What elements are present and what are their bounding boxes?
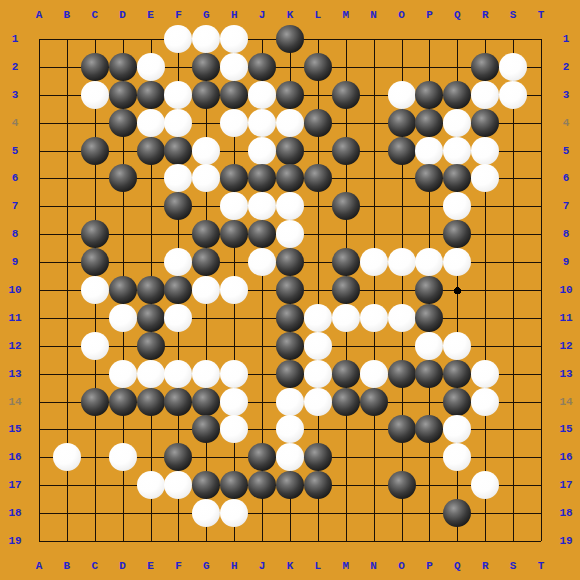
white-stone-L14[interactable] bbox=[304, 388, 332, 416]
black-stone-C9[interactable] bbox=[81, 248, 109, 276]
black-stone-O4[interactable] bbox=[388, 109, 416, 137]
black-stone-Q18[interactable] bbox=[443, 499, 471, 527]
black-stone-M10[interactable] bbox=[332, 276, 360, 304]
column-label-bottom: Q bbox=[454, 561, 461, 572]
black-stone-L4[interactable] bbox=[304, 109, 332, 137]
white-stone-C3[interactable] bbox=[81, 81, 109, 109]
black-stone-K11[interactable] bbox=[276, 304, 304, 332]
white-stone-G10[interactable] bbox=[192, 276, 220, 304]
column-label-top: D bbox=[119, 10, 126, 21]
row-label-right: 10 bbox=[559, 285, 572, 296]
row-label-right: 13 bbox=[559, 368, 572, 379]
row-label-right: 14 bbox=[559, 396, 572, 407]
black-stone-D10[interactable] bbox=[109, 276, 137, 304]
white-stone-N9[interactable] bbox=[360, 248, 388, 276]
white-stone-Q16[interactable] bbox=[443, 443, 471, 471]
row-label-left: 11 bbox=[8, 312, 21, 323]
white-stone-G18[interactable] bbox=[192, 499, 220, 527]
white-stone-F4[interactable] bbox=[164, 109, 192, 137]
row-label-right: 4 bbox=[563, 117, 570, 128]
row-label-left: 6 bbox=[12, 173, 19, 184]
black-stone-Q13[interactable] bbox=[443, 360, 471, 388]
column-label-bottom: O bbox=[398, 561, 405, 572]
column-label-top: G bbox=[203, 10, 210, 21]
white-stone-F13[interactable] bbox=[164, 360, 192, 388]
column-label-top: Q bbox=[454, 10, 461, 21]
black-stone-J8[interactable] bbox=[248, 220, 276, 248]
row-label-right: 16 bbox=[559, 452, 572, 463]
column-label-bottom: B bbox=[64, 561, 71, 572]
row-label-right: 2 bbox=[563, 61, 570, 72]
row-label-left: 4 bbox=[12, 117, 19, 128]
column-label-top: S bbox=[510, 10, 517, 21]
column-label-bottom: C bbox=[91, 561, 98, 572]
white-stone-R6[interactable] bbox=[471, 164, 499, 192]
column-label-top: E bbox=[147, 10, 154, 21]
white-stone-H2[interactable] bbox=[220, 53, 248, 81]
row-label-right: 8 bbox=[563, 229, 570, 240]
white-stone-R3[interactable] bbox=[471, 81, 499, 109]
white-stone-Q7[interactable] bbox=[443, 192, 471, 220]
white-stone-G13[interactable] bbox=[192, 360, 220, 388]
black-stone-M5[interactable] bbox=[332, 137, 360, 165]
white-stone-Q4[interactable] bbox=[443, 109, 471, 137]
row-label-right: 12 bbox=[559, 340, 572, 351]
black-stone-E12[interactable] bbox=[137, 332, 165, 360]
white-stone-G5[interactable] bbox=[192, 137, 220, 165]
white-stone-E17[interactable] bbox=[137, 471, 165, 499]
column-label-bottom: K bbox=[287, 561, 294, 572]
black-stone-E3[interactable] bbox=[137, 81, 165, 109]
black-stone-C14[interactable] bbox=[81, 388, 109, 416]
black-stone-F10[interactable] bbox=[164, 276, 192, 304]
row-label-left: 10 bbox=[8, 285, 21, 296]
row-label-right: 6 bbox=[563, 173, 570, 184]
white-stone-H10[interactable] bbox=[220, 276, 248, 304]
black-stone-H17[interactable] bbox=[220, 471, 248, 499]
white-stone-K14[interactable] bbox=[276, 388, 304, 416]
white-stone-F9[interactable] bbox=[164, 248, 192, 276]
white-stone-Q15[interactable] bbox=[443, 415, 471, 443]
white-stone-N13[interactable] bbox=[360, 360, 388, 388]
column-label-top: T bbox=[538, 10, 545, 21]
row-label-left: 7 bbox=[12, 201, 19, 212]
black-stone-E11[interactable] bbox=[137, 304, 165, 332]
black-stone-F16[interactable] bbox=[164, 443, 192, 471]
white-stone-Q9[interactable] bbox=[443, 248, 471, 276]
black-stone-O15[interactable] bbox=[388, 415, 416, 443]
black-stone-H8[interactable] bbox=[220, 220, 248, 248]
column-label-bottom: E bbox=[147, 561, 154, 572]
black-stone-D2[interactable] bbox=[109, 53, 137, 81]
white-stone-R5[interactable] bbox=[471, 137, 499, 165]
column-label-top: B bbox=[64, 10, 71, 21]
row-label-left: 8 bbox=[12, 229, 19, 240]
row-label-left: 1 bbox=[12, 34, 19, 45]
black-stone-P6[interactable] bbox=[415, 164, 443, 192]
row-label-right: 3 bbox=[563, 89, 570, 100]
black-stone-Q14[interactable] bbox=[443, 388, 471, 416]
black-stone-C8[interactable] bbox=[81, 220, 109, 248]
black-stone-Q6[interactable] bbox=[443, 164, 471, 192]
row-label-right: 15 bbox=[559, 424, 572, 435]
black-stone-O17[interactable] bbox=[388, 471, 416, 499]
white-stone-O11[interactable] bbox=[388, 304, 416, 332]
row-label-left: 17 bbox=[8, 480, 21, 491]
white-stone-E13[interactable] bbox=[137, 360, 165, 388]
white-stone-Q12[interactable] bbox=[443, 332, 471, 360]
black-stone-R4[interactable] bbox=[471, 109, 499, 137]
black-stone-D14[interactable] bbox=[109, 388, 137, 416]
black-stone-D4[interactable] bbox=[109, 109, 137, 137]
white-stone-D16[interactable] bbox=[109, 443, 137, 471]
column-label-bottom: J bbox=[259, 561, 266, 572]
black-stone-L2[interactable] bbox=[304, 53, 332, 81]
white-stone-K16[interactable] bbox=[276, 443, 304, 471]
black-stone-K9[interactable] bbox=[276, 248, 304, 276]
black-stone-C2[interactable] bbox=[81, 53, 109, 81]
black-stone-G8[interactable] bbox=[192, 220, 220, 248]
column-label-top: F bbox=[175, 10, 182, 21]
white-stone-R14[interactable] bbox=[471, 388, 499, 416]
black-stone-O13[interactable] bbox=[388, 360, 416, 388]
star-point bbox=[454, 287, 461, 294]
white-stone-H14[interactable] bbox=[220, 388, 248, 416]
black-stone-K3[interactable] bbox=[276, 81, 304, 109]
row-label-left: 19 bbox=[8, 536, 21, 547]
column-label-top: M bbox=[342, 10, 349, 21]
white-stone-R17[interactable] bbox=[471, 471, 499, 499]
black-stone-Q8[interactable] bbox=[443, 220, 471, 248]
black-stone-D6[interactable] bbox=[109, 164, 137, 192]
column-label-bottom: P bbox=[426, 561, 433, 572]
row-label-right: 7 bbox=[563, 201, 570, 212]
white-stone-P12[interactable] bbox=[415, 332, 443, 360]
row-label-left: 5 bbox=[12, 145, 19, 156]
black-stone-H3[interactable] bbox=[220, 81, 248, 109]
black-stone-L16[interactable] bbox=[304, 443, 332, 471]
row-label-left: 2 bbox=[12, 61, 19, 72]
white-stone-P9[interactable] bbox=[415, 248, 443, 276]
black-stone-P15[interactable] bbox=[415, 415, 443, 443]
black-stone-G15[interactable] bbox=[192, 415, 220, 443]
white-stone-H18[interactable] bbox=[220, 499, 248, 527]
column-label-bottom: F bbox=[175, 561, 182, 572]
black-stone-K13[interactable] bbox=[276, 360, 304, 388]
black-stone-F7[interactable] bbox=[164, 192, 192, 220]
white-stone-C12[interactable] bbox=[81, 332, 109, 360]
black-stone-O5[interactable] bbox=[388, 137, 416, 165]
white-stone-C10[interactable] bbox=[81, 276, 109, 304]
column-label-bottom: A bbox=[36, 561, 43, 572]
black-stone-H6[interactable] bbox=[220, 164, 248, 192]
white-stone-H4[interactable] bbox=[220, 109, 248, 137]
white-stone-M11[interactable] bbox=[332, 304, 360, 332]
black-stone-K10[interactable] bbox=[276, 276, 304, 304]
white-stone-O3[interactable] bbox=[388, 81, 416, 109]
black-stone-K5[interactable] bbox=[276, 137, 304, 165]
black-stone-G9[interactable] bbox=[192, 248, 220, 276]
black-stone-G17[interactable] bbox=[192, 471, 220, 499]
white-stone-J7[interactable] bbox=[248, 192, 276, 220]
column-label-top: N bbox=[370, 10, 377, 21]
white-stone-O9[interactable] bbox=[388, 248, 416, 276]
black-stone-K12[interactable] bbox=[276, 332, 304, 360]
white-stone-E4[interactable] bbox=[137, 109, 165, 137]
white-stone-K4[interactable] bbox=[276, 109, 304, 137]
white-stone-H7[interactable] bbox=[220, 192, 248, 220]
column-label-top: P bbox=[426, 10, 433, 21]
row-label-left: 14 bbox=[8, 396, 21, 407]
white-stone-J3[interactable] bbox=[248, 81, 276, 109]
white-stone-D13[interactable] bbox=[109, 360, 137, 388]
column-label-top: O bbox=[398, 10, 405, 21]
white-stone-L11[interactable] bbox=[304, 304, 332, 332]
column-label-top: C bbox=[91, 10, 98, 21]
go-board[interactable]: AABBCCDDEEFFGGHHJJKKLLMMNNOOPPQQRRSSTT11… bbox=[0, 0, 580, 580]
white-stone-H1[interactable] bbox=[220, 25, 248, 53]
black-stone-E5[interactable] bbox=[137, 137, 165, 165]
white-stone-F17[interactable] bbox=[164, 471, 192, 499]
black-stone-K1[interactable] bbox=[276, 25, 304, 53]
white-stone-K15[interactable] bbox=[276, 415, 304, 443]
black-stone-R2[interactable] bbox=[471, 53, 499, 81]
row-label-left: 12 bbox=[8, 340, 21, 351]
black-stone-P4[interactable] bbox=[415, 109, 443, 137]
white-stone-F3[interactable] bbox=[164, 81, 192, 109]
white-stone-R13[interactable] bbox=[471, 360, 499, 388]
black-stone-K17[interactable] bbox=[276, 471, 304, 499]
row-label-right: 19 bbox=[559, 536, 572, 547]
black-stone-G3[interactable] bbox=[192, 81, 220, 109]
black-stone-M9[interactable] bbox=[332, 248, 360, 276]
column-label-top: L bbox=[315, 10, 322, 21]
white-stone-F1[interactable] bbox=[164, 25, 192, 53]
white-stone-L12[interactable] bbox=[304, 332, 332, 360]
column-label-bottom: R bbox=[482, 561, 489, 572]
white-stone-N11[interactable] bbox=[360, 304, 388, 332]
black-stone-M14[interactable] bbox=[332, 388, 360, 416]
row-label-right: 17 bbox=[559, 480, 572, 491]
column-label-bottom: N bbox=[370, 561, 377, 572]
white-stone-E2[interactable] bbox=[137, 53, 165, 81]
row-label-right: 9 bbox=[563, 257, 570, 268]
white-stone-H13[interactable] bbox=[220, 360, 248, 388]
row-label-left: 13 bbox=[8, 368, 21, 379]
black-stone-G2[interactable] bbox=[192, 53, 220, 81]
black-stone-F5[interactable] bbox=[164, 137, 192, 165]
white-stone-P5[interactable] bbox=[415, 137, 443, 165]
black-stone-N14[interactable] bbox=[360, 388, 388, 416]
column-label-top: R bbox=[482, 10, 489, 21]
column-label-bottom: H bbox=[231, 561, 238, 572]
white-stone-B16[interactable] bbox=[53, 443, 81, 471]
column-label-top: H bbox=[231, 10, 238, 21]
black-stone-G14[interactable] bbox=[192, 388, 220, 416]
row-label-right: 5 bbox=[563, 145, 570, 156]
row-label-right: 1 bbox=[563, 34, 570, 45]
black-stone-M3[interactable] bbox=[332, 81, 360, 109]
column-label-bottom: M bbox=[342, 561, 349, 572]
white-stone-Q5[interactable] bbox=[443, 137, 471, 165]
white-stone-K8[interactable] bbox=[276, 220, 304, 248]
row-label-left: 18 bbox=[8, 508, 21, 519]
row-label-right: 11 bbox=[559, 312, 572, 323]
black-stone-P10[interactable] bbox=[415, 276, 443, 304]
white-stone-K7[interactable] bbox=[276, 192, 304, 220]
row-label-left: 9 bbox=[12, 257, 19, 268]
column-label-bottom: L bbox=[315, 561, 322, 572]
white-stone-S3[interactable] bbox=[499, 81, 527, 109]
black-stone-M7[interactable] bbox=[332, 192, 360, 220]
black-stone-K6[interactable] bbox=[276, 164, 304, 192]
black-stone-P3[interactable] bbox=[415, 81, 443, 109]
white-stone-G1[interactable] bbox=[192, 25, 220, 53]
column-label-bottom: D bbox=[119, 561, 126, 572]
black-stone-C5[interactable] bbox=[81, 137, 109, 165]
column-label-top: K bbox=[287, 10, 294, 21]
black-stone-L6[interactable] bbox=[304, 164, 332, 192]
black-stone-L17[interactable] bbox=[304, 471, 332, 499]
black-stone-M13[interactable] bbox=[332, 360, 360, 388]
black-stone-J17[interactable] bbox=[248, 471, 276, 499]
white-stone-L13[interactable] bbox=[304, 360, 332, 388]
row-label-left: 16 bbox=[8, 452, 21, 463]
white-stone-F11[interactable] bbox=[164, 304, 192, 332]
black-stone-P13[interactable] bbox=[415, 360, 443, 388]
white-stone-J9[interactable] bbox=[248, 248, 276, 276]
white-stone-F6[interactable] bbox=[164, 164, 192, 192]
column-label-bottom: S bbox=[510, 561, 517, 572]
row-label-right: 18 bbox=[559, 508, 572, 519]
column-label-bottom: T bbox=[538, 561, 545, 572]
white-stone-J5[interactable] bbox=[248, 137, 276, 165]
column-label-top: J bbox=[259, 10, 266, 21]
white-stone-H15[interactable] bbox=[220, 415, 248, 443]
row-label-left: 3 bbox=[12, 89, 19, 100]
black-stone-F14[interactable] bbox=[164, 388, 192, 416]
black-stone-J16[interactable] bbox=[248, 443, 276, 471]
white-stone-D11[interactable] bbox=[109, 304, 137, 332]
column-label-top: A bbox=[36, 10, 43, 21]
black-stone-J2[interactable] bbox=[248, 53, 276, 81]
white-stone-S2[interactable] bbox=[499, 53, 527, 81]
black-stone-E10[interactable] bbox=[137, 276, 165, 304]
white-stone-G6[interactable] bbox=[192, 164, 220, 192]
black-stone-P11[interactable] bbox=[415, 304, 443, 332]
black-stone-J6[interactable] bbox=[248, 164, 276, 192]
column-label-bottom: G bbox=[203, 561, 210, 572]
black-stone-E14[interactable] bbox=[137, 388, 165, 416]
black-stone-Q3[interactable] bbox=[443, 81, 471, 109]
row-label-left: 15 bbox=[8, 424, 21, 435]
white-stone-J4[interactable] bbox=[248, 109, 276, 137]
black-stone-D3[interactable] bbox=[109, 81, 137, 109]
